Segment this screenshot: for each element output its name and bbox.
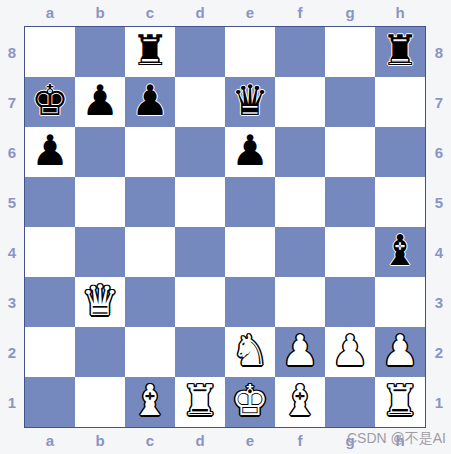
square-f7[interactable] (275, 77, 325, 127)
file-label-f: f (275, 428, 325, 452)
rank-label-3: 3 (427, 277, 451, 327)
chess-board: ♜♜♚♟♟♛♟♟♝♛♞♟♟♟♝♜♚♝♜ (24, 26, 426, 428)
chess-diagram: abcdefgh 87654321 ♜♜♚♟♟♛♟♟♝♛♞♟♟♟♝♜♚♝♜ 87… (0, 0, 451, 454)
watermark: CSDN @不是AI (347, 430, 446, 448)
piece-white-bishop[interactable]: ♝ (281, 380, 319, 422)
square-h2[interactable]: ♟ (375, 327, 425, 377)
square-a5[interactable] (25, 177, 75, 227)
square-g7[interactable] (325, 77, 375, 127)
piece-black-queen[interactable]: ♛ (231, 80, 269, 122)
file-label-a: a (25, 0, 75, 24)
square-d6[interactable] (175, 127, 225, 177)
square-c2[interactable] (125, 327, 175, 377)
square-f8[interactable] (275, 27, 325, 77)
square-b8[interactable] (75, 27, 125, 77)
rank-label-8: 8 (427, 27, 451, 77)
file-label-c: c (125, 0, 175, 24)
square-c5[interactable] (125, 177, 175, 227)
rank-label-2: 2 (0, 327, 24, 377)
rank-label-1: 1 (427, 377, 451, 427)
rank-label-6: 6 (427, 127, 451, 177)
square-e5[interactable] (225, 177, 275, 227)
piece-black-king[interactable]: ♚ (31, 80, 69, 122)
file-label-e: e (225, 428, 275, 452)
square-e1[interactable]: ♚ (225, 377, 275, 427)
square-c7[interactable]: ♟ (125, 77, 175, 127)
file-label-b: b (75, 428, 125, 452)
piece-black-rook[interactable]: ♜ (381, 30, 419, 72)
square-a4[interactable] (25, 227, 75, 277)
file-label-e: e (225, 0, 275, 24)
rank-label-5: 5 (427, 177, 451, 227)
square-g3[interactable] (325, 277, 375, 327)
square-a7[interactable]: ♚ (25, 77, 75, 127)
square-d4[interactable] (175, 227, 225, 277)
square-e3[interactable] (225, 277, 275, 327)
piece-white-pawn[interactable]: ♟ (331, 330, 369, 372)
square-a1[interactable] (25, 377, 75, 427)
square-e8[interactable] (225, 27, 275, 77)
square-g5[interactable] (325, 177, 375, 227)
rank-label-1: 1 (0, 377, 24, 427)
square-h1[interactable]: ♜ (375, 377, 425, 427)
square-d7[interactable] (175, 77, 225, 127)
square-g8[interactable] (325, 27, 375, 77)
square-a3[interactable] (25, 277, 75, 327)
file-label-d: d (175, 428, 225, 452)
rank-label-7: 7 (427, 77, 451, 127)
square-f3[interactable] (275, 277, 325, 327)
square-h7[interactable] (375, 77, 425, 127)
rank-label-2: 2 (427, 327, 451, 377)
file-label-a: a (25, 428, 75, 452)
file-label-f: f (275, 0, 325, 24)
piece-white-king[interactable]: ♚ (231, 380, 269, 422)
piece-black-pawn[interactable]: ♟ (31, 130, 69, 172)
square-d2[interactable] (175, 327, 225, 377)
square-d3[interactable] (175, 277, 225, 327)
rank-label-4: 4 (427, 227, 451, 277)
square-h4[interactable]: ♝ (375, 227, 425, 277)
square-g4[interactable] (325, 227, 375, 277)
piece-white-pawn[interactable]: ♟ (281, 330, 319, 372)
piece-black-rook[interactable]: ♜ (131, 30, 169, 72)
rank-label-3: 3 (0, 277, 24, 327)
square-e6[interactable]: ♟ (225, 127, 275, 177)
square-b3[interactable]: ♛ (75, 277, 125, 327)
piece-black-bishop[interactable]: ♝ (381, 230, 419, 272)
square-h3[interactable] (375, 277, 425, 327)
square-c8[interactable]: ♜ (125, 27, 175, 77)
square-f1[interactable]: ♝ (275, 377, 325, 427)
square-c6[interactable] (125, 127, 175, 177)
square-b6[interactable] (75, 127, 125, 177)
square-e4[interactable] (225, 227, 275, 277)
square-f4[interactable] (275, 227, 325, 277)
rank-label-4: 4 (0, 227, 24, 277)
square-f5[interactable] (275, 177, 325, 227)
rank-labels-left: 87654321 (0, 27, 24, 427)
square-b1[interactable] (75, 377, 125, 427)
rank-label-5: 5 (0, 177, 24, 227)
piece-black-pawn[interactable]: ♟ (131, 80, 169, 122)
square-e7[interactable]: ♛ (225, 77, 275, 127)
square-g1[interactable] (325, 377, 375, 427)
square-b5[interactable] (75, 177, 125, 227)
file-label-c: c (125, 428, 175, 452)
square-h6[interactable] (375, 127, 425, 177)
piece-black-pawn[interactable]: ♟ (81, 80, 119, 122)
square-a2[interactable] (25, 327, 75, 377)
piece-white-rook[interactable]: ♜ (381, 380, 419, 422)
piece-black-pawn[interactable]: ♟ (231, 130, 269, 172)
square-h8[interactable]: ♜ (375, 27, 425, 77)
square-b2[interactable] (75, 327, 125, 377)
rank-labels-right: 87654321 (427, 27, 451, 427)
square-c4[interactable] (125, 227, 175, 277)
piece-white-queen[interactable]: ♛ (81, 280, 119, 322)
square-d8[interactable] (175, 27, 225, 77)
file-label-g: g (325, 0, 375, 24)
square-b7[interactable]: ♟ (75, 77, 125, 127)
square-f6[interactable] (275, 127, 325, 177)
piece-white-bishop[interactable]: ♝ (131, 380, 169, 422)
square-a8[interactable] (25, 27, 75, 77)
square-f2[interactable]: ♟ (275, 327, 325, 377)
square-d5[interactable] (175, 177, 225, 227)
square-b4[interactable] (75, 227, 125, 277)
piece-white-rook[interactable]: ♜ (181, 380, 219, 422)
square-e2[interactable]: ♞ (225, 327, 275, 377)
piece-white-pawn[interactable]: ♟ (381, 330, 419, 372)
rank-label-7: 7 (0, 77, 24, 127)
rank-label-8: 8 (0, 27, 24, 77)
rank-label-6: 6 (0, 127, 24, 177)
piece-white-knight[interactable]: ♞ (231, 330, 269, 372)
file-label-h: h (375, 0, 425, 24)
file-label-d: d (175, 0, 225, 24)
square-c3[interactable] (125, 277, 175, 327)
file-label-b: b (75, 0, 125, 24)
square-c1[interactable]: ♝ (125, 377, 175, 427)
square-g6[interactable] (325, 127, 375, 177)
square-d1[interactable]: ♜ (175, 377, 225, 427)
square-a6[interactable]: ♟ (25, 127, 75, 177)
square-h5[interactable] (375, 177, 425, 227)
square-g2[interactable]: ♟ (325, 327, 375, 377)
file-labels-top: abcdefgh (25, 0, 425, 24)
